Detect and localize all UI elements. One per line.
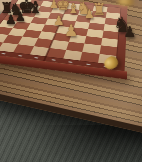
coordinate-mark	[79, 63, 97, 66]
board-square	[80, 52, 99, 63]
coordinate-mark	[45, 58, 62, 61]
coordinate-mark	[28, 56, 45, 59]
coordinate-mark	[62, 60, 80, 63]
table-shadow	[30, 125, 142, 162]
coordinate-mark	[11, 54, 28, 57]
scene: ♞♟ ♜♞♚♝♟♟♟♚♝♞♟♜♟♟	[0, 0, 142, 162]
